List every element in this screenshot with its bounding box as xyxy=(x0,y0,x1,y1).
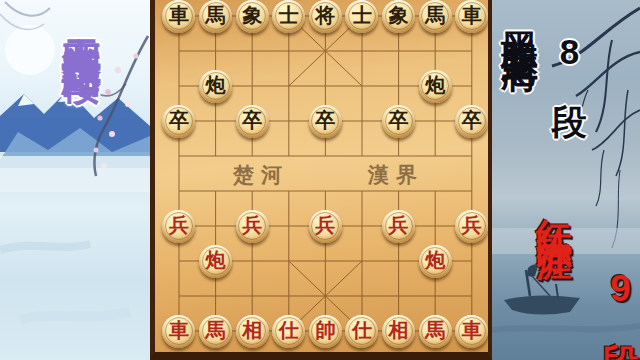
piece-glyph: 炮 xyxy=(206,250,226,270)
board-cell[interactable] xyxy=(344,104,381,139)
piece-rp[interactable]: 兵 xyxy=(309,210,342,243)
board-cell[interactable]: 兵 xyxy=(453,209,490,244)
piece-bn[interactable]: 馬 xyxy=(419,0,452,33)
board-cell[interactable]: 炮 xyxy=(417,244,454,279)
piece-bp[interactable]: 卒 xyxy=(382,105,415,138)
board-cell[interactable]: 相 xyxy=(380,314,417,349)
board-cell[interactable] xyxy=(344,209,381,244)
piece-glyph: 象 xyxy=(389,5,409,25)
board-cell[interactable] xyxy=(270,244,307,279)
board-cell[interactable] xyxy=(270,34,307,69)
board-cell[interactable]: 相 xyxy=(234,314,271,349)
board-cell[interactable] xyxy=(307,69,344,104)
boat-icon xyxy=(504,264,580,314)
board-cell[interactable]: 仕 xyxy=(344,314,381,349)
board-cell[interactable] xyxy=(270,104,307,139)
board-cell[interactable]: 兵 xyxy=(234,209,271,244)
mist-stroke xyxy=(20,312,130,320)
board-cell[interactable]: 車 xyxy=(161,314,198,349)
piece-glyph: 卒 xyxy=(242,110,262,130)
board-cell[interactable]: 士 xyxy=(270,0,307,34)
board-cell[interactable] xyxy=(270,139,307,174)
board-cell[interactable] xyxy=(161,244,198,279)
board-cell[interactable]: 卒 xyxy=(234,104,271,139)
board-cell[interactable]: 馬 xyxy=(197,0,234,34)
board-cell[interactable]: 卒 xyxy=(307,104,344,139)
piece-glyph: 帥 xyxy=(315,320,335,340)
snow-cap xyxy=(58,90,78,102)
red-player-rank: 9段 xyxy=(599,268,640,319)
piece-glyph: 車 xyxy=(169,320,189,340)
piece-glyph: 兵 xyxy=(242,215,262,235)
piece-glyph: 兵 xyxy=(389,215,409,235)
board-cell[interactable] xyxy=(417,104,454,139)
red-player-label: 红陈赤涯 xyxy=(532,190,576,226)
board-cell[interactable] xyxy=(161,69,198,104)
board-cell[interactable] xyxy=(417,279,454,314)
board-cell[interactable] xyxy=(234,244,271,279)
black-player-label: 黑联盟老將 xyxy=(497,2,541,32)
board-cell[interactable] xyxy=(234,139,271,174)
piece-rp[interactable]: 兵 xyxy=(236,210,269,243)
board-cell[interactable]: 炮 xyxy=(417,69,454,104)
piece-bp[interactable]: 卒 xyxy=(162,105,195,138)
piece-glyph: 相 xyxy=(389,320,409,340)
board-cell[interactable]: 象 xyxy=(380,0,417,34)
board-cell[interactable]: 車 xyxy=(453,0,490,34)
piece-ba[interactable]: 士 xyxy=(345,0,378,33)
board-cell[interactable] xyxy=(270,209,307,244)
piece-rp[interactable]: 兵 xyxy=(382,210,415,243)
board-cell[interactable] xyxy=(344,244,381,279)
board-cell[interactable] xyxy=(307,244,344,279)
board-cell[interactable] xyxy=(417,174,454,209)
piece-glyph: 炮 xyxy=(425,75,445,95)
board-cell[interactable] xyxy=(380,34,417,69)
piece-glyph: 兵 xyxy=(169,215,189,235)
board-cell[interactable] xyxy=(197,279,234,314)
pieces-grid: 車馬象士将士象馬車炮炮卒卒卒卒卒兵兵兵兵兵炮炮車馬相仕帥仕相馬車 xyxy=(161,0,490,349)
mist-band xyxy=(492,228,640,254)
board-cell[interactable] xyxy=(197,139,234,174)
board-cell[interactable] xyxy=(161,34,198,69)
board-cell[interactable] xyxy=(380,69,417,104)
piece-rr[interactable]: 車 xyxy=(162,315,195,348)
board-cell[interactable]: 仕 xyxy=(270,314,307,349)
piece-bp[interactable]: 卒 xyxy=(236,105,269,138)
piece-rc[interactable]: 炮 xyxy=(419,245,452,278)
piece-bc[interactable]: 炮 xyxy=(419,70,452,103)
piece-ra[interactable]: 仕 xyxy=(345,315,378,348)
board-cell[interactable] xyxy=(197,34,234,69)
black-player-rank: 8段 xyxy=(549,32,589,79)
board-cell[interactable] xyxy=(453,244,490,279)
board-cell[interactable]: 卒 xyxy=(161,104,198,139)
board-cell[interactable] xyxy=(161,139,198,174)
board-cell[interactable] xyxy=(270,279,307,314)
board-cell[interactable] xyxy=(307,34,344,69)
piece-glyph: 車 xyxy=(462,5,482,25)
piece-bb[interactable]: 象 xyxy=(382,0,415,33)
board-cell[interactable]: 将 xyxy=(307,0,344,34)
piece-glyph: 炮 xyxy=(206,75,226,95)
board-cell[interactable]: 象 xyxy=(234,0,271,34)
board-cell[interactable] xyxy=(307,174,344,209)
board-cell[interactable] xyxy=(197,174,234,209)
piece-glyph: 仕 xyxy=(279,320,299,340)
board-cell[interactable] xyxy=(380,279,417,314)
board-cell[interactable]: 車 xyxy=(453,314,490,349)
piece-rr[interactable]: 車 xyxy=(455,315,488,348)
piece-glyph: 卒 xyxy=(315,110,335,130)
board-cell[interactable] xyxy=(307,279,344,314)
piece-rk[interactable]: 帥 xyxy=(309,315,342,348)
board-cell[interactable] xyxy=(234,279,271,314)
moon-icon xyxy=(5,25,55,75)
board-cell[interactable] xyxy=(234,69,271,104)
board-cell[interactable] xyxy=(380,244,417,279)
piece-rb[interactable]: 相 xyxy=(382,315,415,348)
piece-rp[interactable]: 兵 xyxy=(455,210,488,243)
piece-bc[interactable]: 炮 xyxy=(199,70,232,103)
board-cell[interactable]: 士 xyxy=(344,0,381,34)
board-cell[interactable] xyxy=(380,139,417,174)
board-cell[interactable] xyxy=(344,69,381,104)
piece-glyph: 士 xyxy=(279,5,299,25)
board-cell[interactable] xyxy=(197,209,234,244)
board-cell[interactable]: 卒 xyxy=(453,104,490,139)
piece-bn[interactable]: 馬 xyxy=(199,0,232,33)
board-cell[interactable]: 炮 xyxy=(197,244,234,279)
board-cell[interactable]: 兵 xyxy=(380,209,417,244)
board-cell[interactable] xyxy=(161,279,198,314)
board-cell[interactable] xyxy=(417,209,454,244)
board-cell[interactable] xyxy=(417,139,454,174)
mist-band xyxy=(0,156,150,192)
piece-bk[interactable]: 将 xyxy=(309,0,342,33)
branch-icon xyxy=(5,2,50,16)
piece-rb[interactable]: 相 xyxy=(236,315,269,348)
board-cell[interactable] xyxy=(344,139,381,174)
landscape-painting xyxy=(0,0,150,360)
piece-bp[interactable]: 卒 xyxy=(309,105,342,138)
board-cell[interactable]: 兵 xyxy=(161,209,198,244)
board-cell[interactable] xyxy=(453,279,490,314)
board-cell[interactable] xyxy=(344,174,381,209)
piece-ba[interactable]: 士 xyxy=(272,0,305,33)
piece-glyph: 馬 xyxy=(206,5,226,25)
board-cell[interactable] xyxy=(234,34,271,69)
board-cell[interactable] xyxy=(270,174,307,209)
piece-glyph: 象 xyxy=(242,5,262,25)
piece-glyph: 馬 xyxy=(425,320,445,340)
water-stroke xyxy=(492,326,640,330)
piece-glyph: 兵 xyxy=(315,215,335,235)
piece-rp[interactable]: 兵 xyxy=(162,210,195,243)
board-cell[interactable] xyxy=(234,174,271,209)
left-caption-text: 弈天网弈于岳阳楼 xyxy=(58,4,106,36)
piece-glyph: 仕 xyxy=(352,320,372,340)
mist-stroke xyxy=(0,244,90,250)
board-cell[interactable]: 兵 xyxy=(307,209,344,244)
board-cell[interactable] xyxy=(307,139,344,174)
piece-glyph: 相 xyxy=(242,320,262,340)
piece-bp[interactable]: 卒 xyxy=(455,105,488,138)
piece-bb[interactable]: 象 xyxy=(236,0,269,33)
board-cell[interactable]: 車 xyxy=(161,0,198,34)
board-cell[interactable] xyxy=(161,174,198,209)
piece-glyph: 炮 xyxy=(425,250,445,270)
piece-glyph: 兵 xyxy=(462,215,482,235)
piece-glyph: 馬 xyxy=(425,5,445,25)
piece-glyph: 車 xyxy=(169,5,189,25)
board-cell[interactable]: 馬 xyxy=(417,0,454,34)
board-cell[interactable] xyxy=(417,34,454,69)
piece-rn[interactable]: 馬 xyxy=(199,315,232,348)
board-cell[interactable]: 卒 xyxy=(380,104,417,139)
board-cell[interactable]: 馬 xyxy=(417,314,454,349)
board-cell[interactable] xyxy=(453,139,490,174)
board-cell[interactable] xyxy=(453,69,490,104)
piece-glyph: 士 xyxy=(352,5,372,25)
piece-br[interactable]: 車 xyxy=(162,0,195,33)
board-cell[interactable] xyxy=(380,174,417,209)
app: { "game": "xiangqi", "left_caption": { "… xyxy=(0,0,640,360)
board-cell[interactable]: 炮 xyxy=(197,69,234,104)
board-cell[interactable] xyxy=(270,69,307,104)
xiangqi-board: 楚河 漢界 車馬象士将士象馬車炮炮卒卒卒卒卒兵兵兵兵兵炮炮車馬相仕帥仕相馬車 xyxy=(150,0,492,360)
piece-glyph: 卒 xyxy=(462,110,482,130)
piece-glyph: 馬 xyxy=(206,320,226,340)
board-cell[interactable] xyxy=(453,174,490,209)
piece-rc[interactable]: 炮 xyxy=(199,245,232,278)
piece-glyph: 将 xyxy=(315,5,335,25)
piece-glyph: 卒 xyxy=(169,110,189,130)
left-scenic-panel: 弈天网弈于岳阳楼 xyxy=(0,0,150,360)
board-cell[interactable]: 帥 xyxy=(307,314,344,349)
piece-br[interactable]: 車 xyxy=(455,0,488,33)
piece-ra[interactable]: 仕 xyxy=(272,315,305,348)
board-cell[interactable] xyxy=(197,104,234,139)
board-cell[interactable] xyxy=(344,34,381,69)
board-cell[interactable] xyxy=(344,279,381,314)
piece-glyph: 卒 xyxy=(389,110,409,130)
board-cell[interactable] xyxy=(453,34,490,69)
piece-glyph: 車 xyxy=(462,320,482,340)
piece-rn[interactable]: 馬 xyxy=(419,315,452,348)
board-cell[interactable]: 馬 xyxy=(197,314,234,349)
